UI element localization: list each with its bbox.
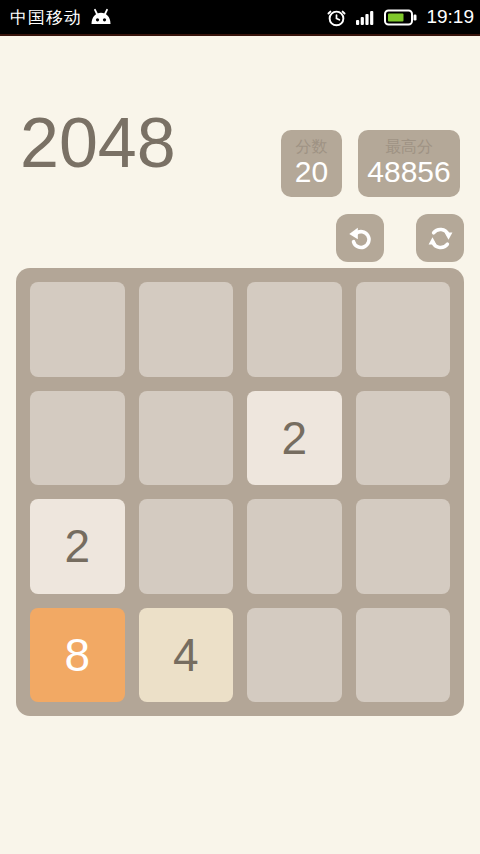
cell-r2c3: 2 — [247, 391, 342, 486]
score-label: 分数 — [296, 139, 328, 155]
clock-time: 19:19 — [426, 6, 474, 28]
score-box: 分数 20 — [281, 130, 342, 197]
undo-arrow-icon — [347, 225, 374, 252]
cell-r2c1 — [30, 391, 125, 486]
cell-r3c3 — [247, 499, 342, 594]
alarm-clock-icon — [326, 7, 347, 28]
signal-strength-icon — [356, 10, 375, 25]
cell-r1c2 — [139, 282, 234, 377]
score-value: 20 — [295, 155, 328, 190]
cell-r1c3 — [247, 282, 342, 377]
game-title: 2048 — [20, 108, 176, 178]
cell-r1c1 — [30, 282, 125, 377]
cell-r1c4 — [356, 282, 451, 377]
cell-r4c4 — [356, 608, 451, 703]
cell-r3c2 — [139, 499, 234, 594]
cell-r2c2 — [139, 391, 234, 486]
status-bar: 中国移动 — [0, 0, 480, 36]
cell-r4c3 — [247, 608, 342, 703]
cell-r4c2: 4 — [139, 608, 234, 703]
android-robot-icon — [89, 8, 113, 26]
undo-button[interactable] — [336, 214, 384, 262]
best-score-value: 48856 — [367, 155, 450, 190]
best-score-label: 最高分 — [385, 139, 433, 155]
carrier-label: 中国移动 — [10, 6, 82, 29]
cell-r3c4 — [356, 499, 451, 594]
cell-r3c1: 2 — [30, 499, 125, 594]
refresh-icon — [427, 225, 454, 252]
battery-icon — [384, 9, 417, 26]
screen: 中国移动 — [0, 0, 480, 854]
game-board[interactable]: 2 2 8 4 — [16, 268, 464, 716]
cell-r4c1: 8 — [30, 608, 125, 703]
cell-r2c4 — [356, 391, 451, 486]
best-score-box: 最高分 48856 — [358, 130, 460, 197]
restart-button[interactable] — [416, 214, 464, 262]
